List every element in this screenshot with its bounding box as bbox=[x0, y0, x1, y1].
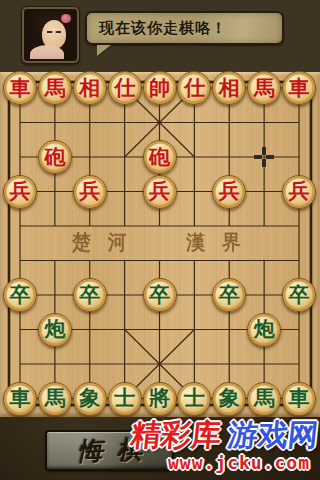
piece-green-炮[interactable]: 炮 bbox=[247, 313, 281, 347]
piece-red-砲[interactable]: 砲 bbox=[143, 140, 177, 174]
crosshair-arm bbox=[266, 155, 274, 159]
piece-red-車[interactable]: 車 bbox=[3, 71, 37, 105]
piece-green-象[interactable]: 象 bbox=[212, 382, 246, 416]
piece-red-兵[interactable]: 兵 bbox=[282, 175, 316, 209]
piece-green-卒[interactable]: 卒 bbox=[212, 278, 246, 312]
piece-green-卒[interactable]: 卒 bbox=[282, 278, 316, 312]
undo-button-label: 悔棋 bbox=[63, 432, 156, 468]
piece-green-車[interactable]: 車 bbox=[282, 382, 316, 416]
avatar-art-body bbox=[30, 45, 64, 59]
piece-red-砲[interactable]: 砲 bbox=[38, 140, 72, 174]
piece-green-士[interactable]: 士 bbox=[108, 382, 142, 416]
xiangqi-board: 楚 河 漢 界 車馬相仕帥仕相馬車砲砲兵兵兵兵兵卒卒卒卒卒炮炮車馬象士將士象馬車 bbox=[0, 72, 320, 417]
piece-green-卒[interactable]: 卒 bbox=[3, 278, 37, 312]
crosshair-arm bbox=[254, 155, 262, 159]
turn-message: 现在该你走棋咯！ bbox=[99, 19, 227, 38]
piece-red-馬[interactable]: 馬 bbox=[247, 71, 281, 105]
crosshair-arm bbox=[262, 147, 266, 155]
speech-bubble-tail bbox=[97, 45, 111, 56]
game-screen: 现在该你走棋咯！ 楚 河 漢 界 車馬相仕帥仕相馬車砲砲兵兵兵兵兵卒卒卒卒卒 bbox=[0, 0, 320, 480]
crosshair-cursor bbox=[254, 147, 274, 167]
piece-red-兵[interactable]: 兵 bbox=[73, 175, 107, 209]
speech-bubble: 现在该你走棋咯！ bbox=[85, 11, 284, 45]
board-grid bbox=[0, 72, 320, 417]
avatar-art-eyes bbox=[47, 31, 61, 33]
piece-red-車[interactable]: 車 bbox=[282, 71, 316, 105]
piece-green-炮[interactable]: 炮 bbox=[38, 313, 72, 347]
river-label-right: 漢 界 bbox=[186, 229, 247, 256]
piece-green-卒[interactable]: 卒 bbox=[143, 278, 177, 312]
piece-green-馬[interactable]: 馬 bbox=[38, 382, 72, 416]
avatar-portrait bbox=[26, 11, 75, 59]
piece-red-相[interactable]: 相 bbox=[212, 71, 246, 105]
watermark-brand-blue: 游戏网 bbox=[226, 418, 319, 451]
opponent-avatar bbox=[22, 7, 79, 63]
crosshair-arm bbox=[262, 159, 266, 167]
piece-green-馬[interactable]: 馬 bbox=[247, 382, 281, 416]
top-bar: 现在该你走棋咯！ bbox=[0, 0, 320, 72]
piece-red-馬[interactable]: 馬 bbox=[38, 71, 72, 105]
bottom-bar: 悔棋 精彩库游戏网 www.jcku.com bbox=[0, 417, 320, 480]
river-label-left: 楚 河 bbox=[72, 229, 133, 256]
piece-red-相[interactable]: 相 bbox=[73, 71, 107, 105]
piece-green-卒[interactable]: 卒 bbox=[73, 278, 107, 312]
piece-red-帥[interactable]: 帥 bbox=[143, 71, 177, 105]
piece-green-將[interactable]: 將 bbox=[143, 382, 177, 416]
piece-red-兵[interactable]: 兵 bbox=[143, 175, 177, 209]
avatar-art-flower bbox=[61, 14, 71, 23]
piece-red-兵[interactable]: 兵 bbox=[212, 175, 246, 209]
piece-green-車[interactable]: 車 bbox=[3, 382, 37, 416]
piece-green-象[interactable]: 象 bbox=[73, 382, 107, 416]
undo-move-button[interactable]: 悔棋 bbox=[45, 430, 174, 471]
piece-green-士[interactable]: 士 bbox=[177, 382, 211, 416]
piece-red-兵[interactable]: 兵 bbox=[3, 175, 37, 209]
piece-red-仕[interactable]: 仕 bbox=[108, 71, 142, 105]
